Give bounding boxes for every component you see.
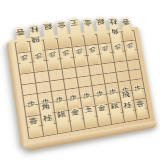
piece-kanji: 銀	[41, 22, 54, 30]
piece-kanji: 桂	[28, 25, 41, 33]
piece-silver-gote[interactable]: 銀	[41, 21, 58, 50]
piece-kanji: 王	[68, 19, 81, 26]
piece-lance-gote[interactable]: 香	[120, 17, 134, 41]
piece-kanji: 銀	[94, 18, 106, 25]
piece-gold-gote[interactable]: 金	[81, 17, 97, 45]
piece-silver-gote[interactable]: 銀	[94, 16, 110, 43]
piece-kanji: 金	[55, 21, 68, 29]
piece-kanji: 香	[14, 28, 26, 36]
product-photo: 香桂銀金王金銀桂香飛角歩歩歩歩歩歩歩歩歩歩歩歩歩歩歩歩歩歩角飛香桂銀金玉金銀桂香	[0, 0, 160, 160]
piece-kanji: 桂	[107, 18, 119, 25]
piece-kanji: 香	[120, 18, 131, 25]
piece-king-gote[interactable]: 王	[67, 17, 84, 46]
board-grid: 香桂銀金王金銀桂香飛角歩歩歩歩歩歩歩歩歩歩歩歩歩歩歩歩歩歩角飛香桂銀金玉金銀桂香	[15, 30, 150, 139]
board-cell[interactable]: 桂	[41, 123, 57, 136]
piece-kanji: 金	[81, 19, 94, 26]
piece-lance-gote[interactable]: 香	[14, 26, 29, 52]
piece-gold-gote[interactable]: 金	[54, 20, 70, 48]
board-cell[interactable]: 香	[135, 108, 149, 120]
shogi-board: 香桂銀金王金銀桂香飛角歩歩歩歩歩歩歩歩歩歩歩歩歩歩歩歩歩歩角飛香桂銀金玉金銀桂香	[10, 27, 155, 144]
board-cell[interactable]: 香	[27, 125, 43, 138]
